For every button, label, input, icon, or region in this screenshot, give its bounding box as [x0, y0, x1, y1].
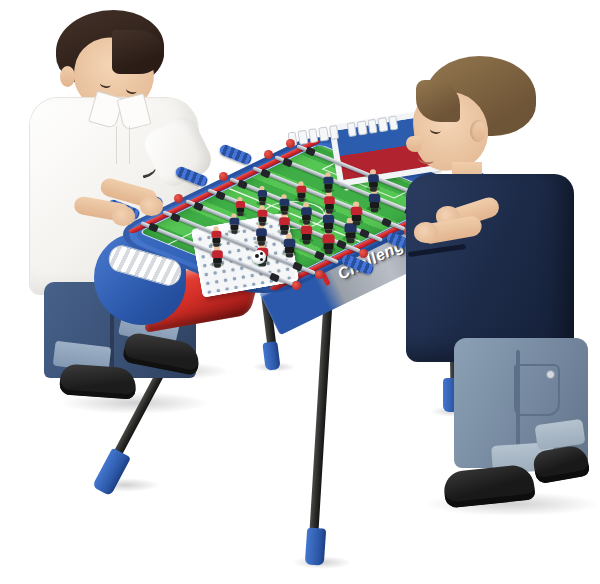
product-photo-scene: Challenger✦ [0, 0, 600, 584]
right-child-nose [406, 136, 422, 152]
right-child-hand [414, 222, 438, 243]
right-child [398, 52, 600, 530]
left-child-hand [140, 196, 163, 216]
right-child-shoe [442, 463, 535, 508]
left-child-hand [112, 206, 135, 226]
right-child-pocket-button [546, 370, 555, 379]
right-child-ear [470, 120, 486, 142]
